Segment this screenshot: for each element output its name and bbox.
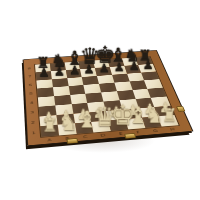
black-king: ♚ [95, 43, 110, 66]
board-squares: ♜♞♝♛♚♝♞♜♟♟♟♟♟♟♟♟♟♟♟♟♟♟♟♟♜♞♝♛♚♝♞♜ [34, 56, 180, 138]
square-c5 [68, 85, 85, 95]
black-rook: ♜ [36, 56, 51, 71]
square-f5 [114, 82, 132, 92]
square-a1: ♜ [40, 125, 59, 137]
square-h1: ♜ [158, 115, 179, 127]
white-pawn: ♟ [157, 101, 174, 115]
brass-hinge [66, 138, 78, 144]
rank-label: 1 [28, 127, 39, 139]
board-frame: 87654321 ABCDEFGH ♜♞♝♛♚♝♞♜♟♟♟♟♟♟♟♟♟♟♟♟♟♟… [23, 50, 194, 146]
square-c1: ♝ [75, 122, 94, 134]
square-h7: ♟ [138, 64, 156, 73]
black-bishop: ♝ [65, 49, 80, 69]
brass-clasp [176, 106, 186, 112]
black-queen: ♛ [80, 45, 95, 67]
chess-board: 87654321 ABCDEFGH ♜♞♝♛♚♝♞♜♟♟♟♟♟♟♟♟♟♟♟♟♟♟… [23, 50, 194, 146]
black-rook: ♜ [138, 48, 153, 63]
square-b3 [55, 104, 73, 115]
square-h2: ♟ [154, 105, 174, 116]
black-knight: ♞ [51, 52, 66, 70]
square-a6 [36, 79, 52, 89]
square-d6 [82, 76, 99, 85]
chess-set-photo: 87654321 ABCDEFGH ♜♞♝♛♚♝♞♜♟♟♟♟♟♟♟♟♟♟♟♟♟♟… [0, 0, 200, 200]
brass-hinge [124, 133, 136, 139]
square-b1: ♞ [58, 124, 77, 136]
black-knight: ♞ [124, 47, 139, 65]
square-c7: ♟ [65, 69, 81, 78]
black-bishop: ♝ [109, 46, 124, 66]
